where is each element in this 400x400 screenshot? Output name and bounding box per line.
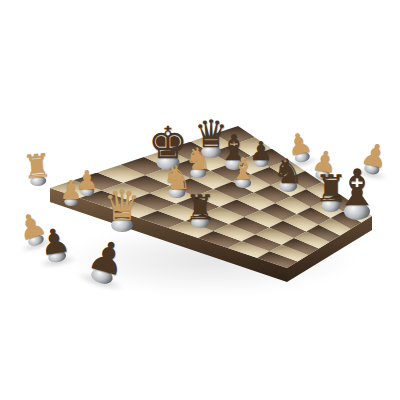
pawn-glyph: ♟ [37, 223, 73, 260]
queen-glyph: ♛ [103, 186, 141, 226]
maple-bishop-e6[interactable]: ♝ [224, 145, 263, 189]
knight-glyph: ♞ [273, 155, 303, 187]
maple-pawn-a7[interactable]: ♟ [54, 168, 88, 206]
bishop-glyph: ♝ [230, 155, 257, 184]
walnut-pawn-offboard[interactable]: ♟ [28, 210, 80, 266]
bishop-glyph: ♝ [335, 165, 380, 213]
walnut-rook-b4[interactable]: ♜ [178, 179, 222, 228]
walnut-knight-f5[interactable]: ♞ [266, 143, 310, 192]
walnut-bishop-h2[interactable]: ♝ [325, 148, 390, 221]
rook-glyph: ♜ [22, 150, 53, 183]
maple-rook-a8[interactable]: ♜ [14, 138, 59, 188]
product-photo-scene: ♛♟♟♚♝♟♞♟♜♝♞♟♞♟♜♝♜♛♟♟♟ [0, 0, 400, 400]
pawn-glyph: ♟ [84, 234, 131, 283]
rook-glyph: ♜ [185, 191, 215, 223]
pawn-glyph: ♟ [59, 178, 82, 203]
